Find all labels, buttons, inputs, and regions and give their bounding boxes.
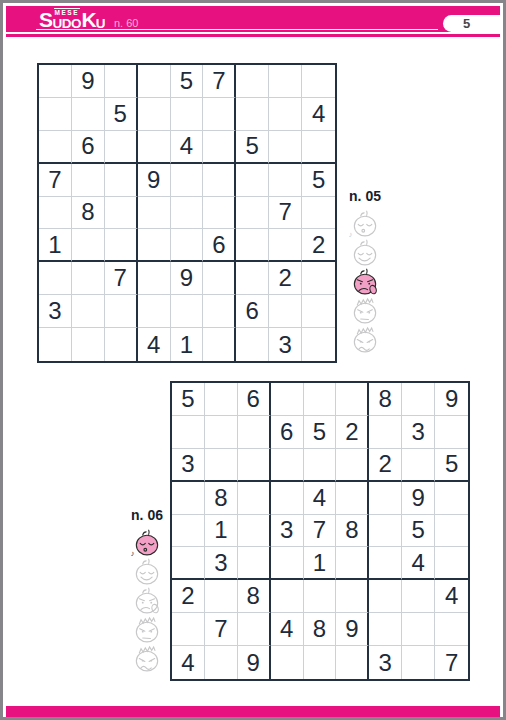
sudoku-05-cell-r3c5: 4 [171, 131, 204, 164]
sudoku-05-cell-r1c8[interactable] [269, 65, 302, 98]
furious-baby-icon [127, 644, 167, 673]
sudoku-06-cell-r7c6[interactable] [336, 580, 369, 613]
sleeping-baby-icon: ♪ [345, 209, 385, 238]
sudoku-06-cell-r6c6[interactable] [336, 547, 369, 580]
sudoku-grid-06: 568965233258491378531428474894937 [170, 381, 470, 681]
sudoku-05-cell-r4c8[interactable] [269, 164, 302, 197]
sudoku-06-cell-r7c2[interactable] [205, 580, 238, 613]
sudoku-05-cell-r8c7: 6 [236, 295, 269, 328]
sudoku-05-cell-r2c3: 5 [105, 98, 138, 131]
sudoku-05-cell-r5c3[interactable] [105, 197, 138, 230]
sudoku-06-cell-r6c3[interactable] [238, 547, 271, 580]
sudoku-06-cell-r6c2: 3 [205, 547, 238, 580]
sudoku-05-cell-r6c8[interactable] [269, 229, 302, 262]
sudoku-05-cell-r4c4: 9 [138, 164, 171, 197]
sudoku-05-cell-r9c1[interactable] [39, 328, 72, 361]
sudoku-06-cell-r3c5[interactable] [304, 449, 337, 482]
sudoku-06-cell-r9c1: 4 [172, 646, 205, 679]
sudoku-06-cell-r3c8[interactable] [402, 449, 435, 482]
sudoku-06-cell-r6c4[interactable] [271, 547, 304, 580]
sudoku-05-cell-r5c9[interactable] [302, 197, 335, 230]
sudoku-06-cell-r5c9[interactable] [435, 515, 468, 548]
thinking-baby-icon [345, 267, 385, 296]
puzzle-label-05: n. 05 [342, 188, 388, 204]
magazine-logo: S MESE UDO K U n. 60 [39, 8, 138, 30]
sudoku-06-cell-r5c8: 5 [402, 515, 435, 548]
sudoku-06-cell-r7c7[interactable] [369, 580, 402, 613]
sudoku-06-cell-r7c9: 4 [435, 580, 468, 613]
sudoku-05-cell-r3c8[interactable] [269, 131, 302, 164]
sudoku-05-cell-r3c4[interactable] [138, 131, 171, 164]
sudoku-05-cell-r1c6: 7 [203, 65, 236, 98]
sudoku-06-cell-r5c2: 1 [205, 515, 238, 548]
sudoku-05-cell-r7c2[interactable] [72, 262, 105, 295]
sudoku-06-cell-r3c6[interactable] [336, 449, 369, 482]
sudoku-05-cell-r4c7[interactable] [236, 164, 269, 197]
sudoku-06-cell-r8c6: 9 [336, 613, 369, 646]
sudoku-05-cell-r4c2[interactable] [72, 164, 105, 197]
laughing-baby-icon [127, 557, 167, 586]
sudoku-grid-05: 957546457958716279236413 [37, 63, 337, 363]
sudoku-06-cell-r4c9[interactable] [435, 482, 468, 515]
sudoku-06-cell-r4c6[interactable] [336, 482, 369, 515]
sudoku-05-cell-r1c2: 9 [72, 65, 105, 98]
sudoku-06-cell-r8c8[interactable] [402, 613, 435, 646]
sudoku-05-cell-r5c5[interactable] [171, 197, 204, 230]
sudoku-05-cell-r7c4[interactable] [138, 262, 171, 295]
sudoku-06-cell-r4c4[interactable] [271, 482, 304, 515]
sudoku-05-cell-r8c5[interactable] [171, 295, 204, 328]
sudoku-06-cell-r2c4: 6 [271, 416, 304, 449]
sudoku-05-cell-r7c7[interactable] [236, 262, 269, 295]
sudoku-06-cell-r3c4[interactable] [271, 449, 304, 482]
sudoku-06-cell-r2c5: 5 [304, 416, 337, 449]
sudoku-05-cell-r8c2[interactable] [72, 295, 105, 328]
sudoku-06-cell-r4c8: 9 [402, 482, 435, 515]
sudoku-06-cell-r8c4: 4 [271, 613, 304, 646]
sudoku-06-cell-r7c3: 8 [238, 580, 271, 613]
sudoku-06-cell-r6c1[interactable] [172, 547, 205, 580]
sudoku-06-cell-r3c9: 5 [435, 449, 468, 482]
sudoku-05-cell-r7c3: 7 [105, 262, 138, 295]
sudoku-05-cell-r9c2[interactable] [72, 328, 105, 361]
sudoku-06-cell-r5c6: 8 [336, 515, 369, 548]
sudoku-05-cell-r5c7[interactable] [236, 197, 269, 230]
sudoku-05-cell-r9c9[interactable] [302, 328, 335, 361]
sudoku-06-cell-r4c7[interactable] [369, 482, 402, 515]
difficulty-panel-06: n. 06 ♪ [124, 507, 170, 673]
sudoku-06-cell-r1c9: 9 [435, 383, 468, 416]
sudoku-05-cell-r4c3[interactable] [105, 164, 138, 197]
sudoku-06-cell-r6c8: 4 [402, 547, 435, 580]
sudoku-06-cell-r5c1[interactable] [172, 515, 205, 548]
sudoku-05-cell-r6c9: 2 [302, 229, 335, 262]
sudoku-05-cell-r7c5: 9 [171, 262, 204, 295]
sudoku-06-cell-r7c8[interactable] [402, 580, 435, 613]
sudoku-05-cell-r3c6[interactable] [203, 131, 236, 164]
sudoku-06-cell-r1c4[interactable] [271, 383, 304, 416]
sudoku-06-cell-r2c9[interactable] [435, 416, 468, 449]
sudoku-06-cell-r2c7[interactable] [369, 416, 402, 449]
sudoku-06-cell-r3c2[interactable] [205, 449, 238, 482]
sudoku-06-cell-r1c1: 5 [172, 383, 205, 416]
sudoku-06-cell-r1c2[interactable] [205, 383, 238, 416]
sudoku-05-cell-r5c1[interactable] [39, 197, 72, 230]
sudoku-05-cell-r4c6[interactable] [203, 164, 236, 197]
sudoku-06-cell-r8c1[interactable] [172, 613, 205, 646]
sudoku-05-cell-r6c7[interactable] [236, 229, 269, 262]
angry-baby-icon [345, 296, 385, 325]
logo-letter-k: K [82, 9, 96, 30]
sudoku-05-cell-r5c4[interactable] [138, 197, 171, 230]
sleeping-baby-icon: ♪ [127, 528, 167, 557]
sudoku-05-cell-r9c4: 4 [138, 328, 171, 361]
sudoku-05-cell-r3c7: 5 [236, 131, 269, 164]
sudoku-05-cell-r2c4[interactable] [138, 98, 171, 131]
sudoku-06-cell-r5c4: 3 [271, 515, 304, 548]
sudoku-06-cell-r8c3[interactable] [238, 613, 271, 646]
sudoku-05-cell-r6c5[interactable] [171, 229, 204, 262]
sudoku-06-cell-r9c5[interactable] [304, 646, 337, 679]
sudoku-06-cell-r9c6[interactable] [336, 646, 369, 679]
sudoku-05-cell-r6c2[interactable] [72, 229, 105, 262]
sudoku-05-cell-r3c1[interactable] [39, 131, 72, 164]
sudoku-05-cell-r9c6[interactable] [203, 328, 236, 361]
sudoku-06-cell-r9c4[interactable] [271, 646, 304, 679]
sudoku-06-cell-r4c3[interactable] [238, 482, 271, 515]
sudoku-05-cell-r3c2: 6 [72, 131, 105, 164]
sudoku-05-cell-r6c1: 1 [39, 229, 72, 262]
sudoku-06-cell-r7c1: 2 [172, 580, 205, 613]
sudoku-06-cell-r3c1: 3 [172, 449, 205, 482]
sudoku-06-cell-r8c7[interactable] [369, 613, 402, 646]
sudoku-06-cell-r7c4[interactable] [271, 580, 304, 613]
sudoku-05-cell-r4c5[interactable] [171, 164, 204, 197]
sudoku-05-cell-r6c3[interactable] [105, 229, 138, 262]
sudoku-05-cell-r2c2[interactable] [72, 98, 105, 131]
sudoku-06-cell-r9c7: 3 [369, 646, 402, 679]
sudoku-06-cell-r1c7: 8 [369, 383, 402, 416]
masthead-underline [36, 29, 438, 31]
sudoku-05-cell-r7c8: 2 [269, 262, 302, 295]
sudoku-06-cell-r2c3[interactable] [238, 416, 271, 449]
sudoku-06-cell-r8c9[interactable] [435, 613, 468, 646]
sudoku-06-cell-r9c2[interactable] [205, 646, 238, 679]
sudoku-05-cell-r8c3[interactable] [105, 295, 138, 328]
logo-letter-s: S [39, 9, 52, 30]
sudoku-06-cell-r4c5: 4 [304, 482, 337, 515]
sudoku-05-cell-r1c3[interactable] [105, 65, 138, 98]
sudoku-05-cell-r8c8[interactable] [269, 295, 302, 328]
sudoku-05-cell-r1c9[interactable] [302, 65, 335, 98]
sudoku-06-cell-r5c5: 7 [304, 515, 337, 548]
laughing-baby-icon [345, 238, 385, 267]
sudoku-05-cell-r5c6[interactable] [203, 197, 236, 230]
sudoku-05-cell-r9c3[interactable] [105, 328, 138, 361]
sudoku-05-cell-r8c6[interactable] [203, 295, 236, 328]
sudoku-05-cell-r3c3[interactable] [105, 131, 138, 164]
sudoku-05-cell-r2c7[interactable] [236, 98, 269, 131]
sudoku-06-cell-r5c3[interactable] [238, 515, 271, 548]
sudoku-05-cell-r1c5: 5 [171, 65, 204, 98]
sudoku-05-cell-r2c9: 4 [302, 98, 335, 131]
masthead: S MESE UDO K U n. 60 5 [6, 6, 500, 32]
thinking-baby-icon [127, 586, 167, 615]
sudoku-06-cell-r1c6[interactable] [336, 383, 369, 416]
sudoku-06-cell-r6c5: 1 [304, 547, 337, 580]
sudoku-05-cell-r2c8[interactable] [269, 98, 302, 131]
sudoku-05-cell-r9c8: 3 [269, 328, 302, 361]
sudoku-05-cell-r7c9[interactable] [302, 262, 335, 295]
sudoku-05-cell-r5c8: 7 [269, 197, 302, 230]
sudoku-05-cell-r9c5: 1 [171, 328, 204, 361]
sudoku-06-cell-r8c2: 7 [205, 613, 238, 646]
sudoku-05-cell-r6c4[interactable] [138, 229, 171, 262]
sudoku-05-cell-r8c1: 3 [39, 295, 72, 328]
svg-text:♪: ♪ [131, 549, 135, 557]
sudoku-06-cell-r1c3: 6 [238, 383, 271, 416]
page-number-tab: 5 [443, 15, 500, 32]
sudoku-05-cell-r2c1[interactable] [39, 98, 72, 131]
page-number: 5 [443, 16, 470, 31]
sudoku-06-cell-r1c8[interactable] [402, 383, 435, 416]
logo-stack: MESE UDO [53, 8, 82, 30]
sudoku-06-cell-r2c1[interactable] [172, 416, 205, 449]
puzzle-label-06: n. 06 [124, 507, 170, 523]
sudoku-05-cell-r8c9[interactable] [302, 295, 335, 328]
sudoku-05-cell-r2c6[interactable] [203, 98, 236, 131]
sudoku-06-cell-r6c9[interactable] [435, 547, 468, 580]
footer-bar [6, 706, 500, 719]
svg-text:♪: ♪ [349, 230, 353, 238]
sudoku-05-cell-r2c5[interactable] [171, 98, 204, 131]
difficulty-faces-05: ♪ [342, 209, 388, 354]
sudoku-05-cell-r4c1: 7 [39, 164, 72, 197]
sudoku-06-cell-r7c5[interactable] [304, 580, 337, 613]
difficulty-panel-05: n. 05 ♪ [342, 188, 388, 354]
sudoku-05-cell-r1c4[interactable] [138, 65, 171, 98]
sudoku-06-cell-r6c7[interactable] [369, 547, 402, 580]
difficulty-faces-06: ♪ [124, 528, 170, 673]
sudoku-05-cell-r9c7[interactable] [236, 328, 269, 361]
sudoku-06-cell-r2c6: 2 [336, 416, 369, 449]
masthead-rule [6, 34, 500, 37]
sudoku-05-cell-r5c2: 8 [72, 197, 105, 230]
sudoku-06-cell-r8c5: 8 [304, 613, 337, 646]
sudoku-05-cell-r8c4[interactable] [138, 295, 171, 328]
sudoku-05-cell-r4c9: 5 [302, 164, 335, 197]
sudoku-06-cell-r3c7: 2 [369, 449, 402, 482]
sudoku-06-cell-r9c3: 9 [238, 646, 271, 679]
sudoku-05-cell-r6c6: 6 [203, 229, 236, 262]
sudoku-05-cell-r3c9[interactable] [302, 131, 335, 164]
sudoku-05-cell-r1c7[interactable] [236, 65, 269, 98]
sudoku-05-cell-r1c1[interactable] [39, 65, 72, 98]
sudoku-05-cell-r7c6[interactable] [203, 262, 236, 295]
furious-baby-icon [345, 325, 385, 354]
sudoku-05-cell-r7c1[interactable] [39, 262, 72, 295]
angry-baby-icon [127, 615, 167, 644]
sudoku-06-cell-r4c2: 8 [205, 482, 238, 515]
sudoku-06-cell-r2c2[interactable] [205, 416, 238, 449]
sudoku-06-cell-r1c5[interactable] [304, 383, 337, 416]
sudoku-06-cell-r3c3[interactable] [238, 449, 271, 482]
sudoku-06-cell-r4c1[interactable] [172, 482, 205, 515]
sudoku-06-cell-r9c8[interactable] [402, 646, 435, 679]
sudoku-06-cell-r9c9: 7 [435, 646, 468, 679]
magazine-page: S MESE UDO K U n. 60 5 95754645795871627… [0, 0, 506, 720]
sudoku-06-cell-r2c8: 3 [402, 416, 435, 449]
sudoku-06-cell-r5c7[interactable] [369, 515, 402, 548]
